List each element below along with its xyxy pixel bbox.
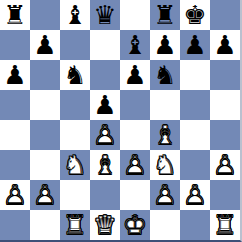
piece-outline: ♙ [150,180,180,210]
piece-fill: ♝ [120,30,150,60]
square-c8[interactable]: ♝ [60,0,90,30]
square-c3[interactable]: ♞♘ [60,150,90,180]
square-h3[interactable]: ♟♙ [210,150,240,180]
black-pawn[interactable]: ♟ [0,60,30,90]
piece-fill: ♝ [60,0,90,30]
piece-outline: ♕ [90,210,120,240]
piece-outline: ♙ [120,150,150,180]
square-b8[interactable] [30,0,60,30]
square-d5[interactable]: ♟ [90,90,120,120]
white-bishop[interactable]: ♝♗ [90,150,120,180]
white-pawn[interactable]: ♟♙ [120,150,150,180]
square-c1[interactable]: ♜♖ [60,210,90,240]
square-a3[interactable] [0,150,30,180]
piece-outline: ♙ [0,180,30,210]
square-a8[interactable]: ♜ [0,0,30,30]
square-g7[interactable]: ♟ [180,30,210,60]
square-g8[interactable]: ♚ [180,0,210,30]
square-g2[interactable]: ♟♙ [180,180,210,210]
square-h8[interactable] [210,0,240,30]
square-a6[interactable]: ♟ [0,60,30,90]
black-king[interactable]: ♚ [180,0,210,30]
piece-fill: ♜ [0,0,30,30]
white-rook[interactable]: ♜♖ [210,210,240,240]
piece-fill: ♟ [90,90,120,120]
square-g5[interactable] [180,90,210,120]
square-f1[interactable] [150,210,180,240]
square-g1[interactable] [180,210,210,240]
white-rook[interactable]: ♜♖ [60,210,90,240]
chess-board: ♜♝♛♜♚♟♝♟♟♟♟♞♟♞♟♟♙♝♗♞♘♝♗♟♙♞♘♟♙♟♙♟♙♟♙♟♙♜♖♛… [0,0,242,242]
square-h6[interactable] [210,60,240,90]
square-c7[interactable] [60,30,90,60]
square-e4[interactable] [120,120,150,150]
square-e7[interactable]: ♝ [120,30,150,60]
white-pawn[interactable]: ♟♙ [90,120,120,150]
piece-fill: ♚ [180,0,210,30]
square-f5[interactable] [150,90,180,120]
black-rook[interactable]: ♜ [150,0,180,30]
square-c5[interactable] [60,90,90,120]
square-b5[interactable] [30,90,60,120]
white-knight[interactable]: ♞♘ [60,150,90,180]
black-knight[interactable]: ♞ [60,60,90,90]
piece-fill: ♟ [150,30,180,60]
piece-fill: ♟ [30,30,60,60]
piece-fill: ♛ [90,0,120,30]
square-e6[interactable]: ♟ [120,60,150,90]
square-b3[interactable] [30,150,60,180]
black-rook[interactable]: ♜ [0,0,30,30]
black-pawn[interactable]: ♟ [30,30,60,60]
piece-outline: ♘ [150,150,180,180]
white-knight[interactable]: ♞♘ [150,150,180,180]
piece-outline: ♙ [210,150,240,180]
square-d4[interactable]: ♟♙ [90,120,120,150]
square-a1[interactable] [0,210,30,240]
piece-fill: ♟ [0,60,30,90]
black-queen[interactable]: ♛ [90,0,120,30]
square-d8[interactable]: ♛ [90,0,120,30]
black-pawn[interactable]: ♟ [90,90,120,120]
square-b6[interactable] [30,60,60,90]
square-d1[interactable]: ♛♕ [90,210,120,240]
white-pawn[interactable]: ♟♙ [210,150,240,180]
square-e2[interactable] [120,180,150,210]
black-pawn[interactable]: ♟ [210,30,240,60]
black-pawn[interactable]: ♟ [180,30,210,60]
piece-fill: ♞ [150,60,180,90]
square-a4[interactable] [0,120,30,150]
square-f7[interactable]: ♟ [150,30,180,60]
square-c6[interactable]: ♞ [60,60,90,90]
square-d2[interactable] [90,180,120,210]
black-knight[interactable]: ♞ [150,60,180,90]
square-d6[interactable] [90,60,120,90]
square-g3[interactable] [180,150,210,180]
piece-outline: ♘ [60,150,90,180]
square-b1[interactable] [30,210,60,240]
square-a2[interactable]: ♟♙ [0,180,30,210]
black-pawn[interactable]: ♟ [120,60,150,90]
square-e3[interactable]: ♟♙ [120,150,150,180]
square-f4[interactable]: ♝♗ [150,120,180,150]
piece-outline: ♗ [150,120,180,150]
piece-fill: ♟ [210,30,240,60]
piece-outline: ♔ [120,210,150,240]
piece-outline: ♗ [90,150,120,180]
white-pawn[interactable]: ♟♙ [0,180,30,210]
white-bishop[interactable]: ♝♗ [150,120,180,150]
screenshot-stage: ♜♝♛♜♚♟♝♟♟♟♟♞♟♞♟♟♙♝♗♞♘♝♗♟♙♞♘♟♙♟♙♟♙♟♙♟♙♜♖♛… [0,0,242,242]
white-pawn[interactable]: ♟♙ [30,180,60,210]
piece-outline: ♖ [210,210,240,240]
piece-outline: ♙ [30,180,60,210]
square-h2[interactable] [210,180,240,210]
square-f3[interactable]: ♞♘ [150,150,180,180]
piece-outline: ♙ [90,120,120,150]
white-pawn[interactable]: ♟♙ [150,180,180,210]
white-king[interactable]: ♚♔ [120,210,150,240]
square-h4[interactable] [210,120,240,150]
square-f6[interactable]: ♞ [150,60,180,90]
piece-outline: ♖ [60,210,90,240]
square-f2[interactable]: ♟♙ [150,180,180,210]
square-d7[interactable] [90,30,120,60]
square-c4[interactable] [60,120,90,150]
white-queen[interactable]: ♛♕ [90,210,120,240]
square-d3[interactable]: ♝♗ [90,150,120,180]
black-pawn[interactable]: ♟ [150,30,180,60]
square-e8[interactable] [120,0,150,30]
square-b2[interactable]: ♟♙ [30,180,60,210]
square-b4[interactable] [30,120,60,150]
square-h7[interactable]: ♟ [210,30,240,60]
piece-fill: ♞ [60,60,90,90]
square-c2[interactable] [60,180,90,210]
piece-fill: ♟ [180,30,210,60]
square-b7[interactable]: ♟ [30,30,60,60]
piece-outline: ♙ [180,180,210,210]
square-e1[interactable]: ♚♔ [120,210,150,240]
black-bishop[interactable]: ♝ [120,30,150,60]
square-a7[interactable] [0,30,30,60]
square-e5[interactable] [120,90,150,120]
square-f8[interactable]: ♜ [150,0,180,30]
square-h1[interactable]: ♜♖ [210,210,240,240]
square-a5[interactable] [0,90,30,120]
piece-fill: ♜ [150,0,180,30]
square-g6[interactable] [180,60,210,90]
piece-fill: ♟ [120,60,150,90]
black-bishop[interactable]: ♝ [60,0,90,30]
white-pawn[interactable]: ♟♙ [180,180,210,210]
square-h5[interactable] [210,90,240,120]
square-g4[interactable] [180,120,210,150]
